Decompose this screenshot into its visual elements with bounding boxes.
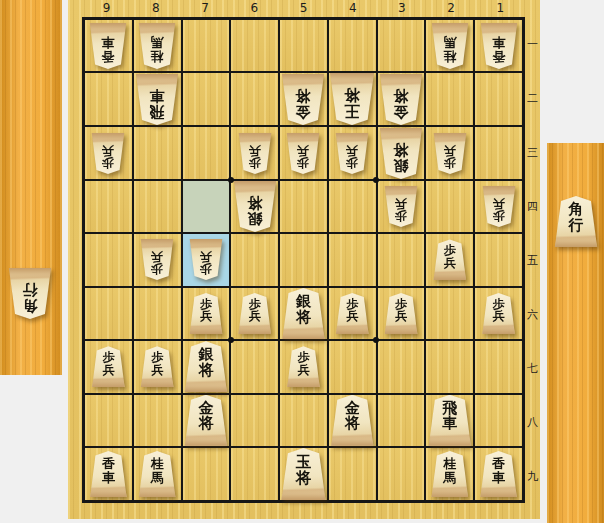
board-square[interactable]	[280, 20, 327, 71]
shogi-piece-歩兵[interactable]: 歩兵	[384, 293, 418, 334]
board-square[interactable]: 歩兵	[134, 341, 181, 392]
board-square[interactable]: 歩兵	[378, 181, 425, 232]
board-square[interactable]	[85, 181, 132, 232]
piece-face: 金将	[281, 74, 325, 125]
shogi-piece-銀将[interactable]: 銀将	[379, 128, 423, 179]
file-label: 3	[377, 1, 426, 16]
rank-labels: 一二三四五六七八九	[525, 17, 540, 503]
rank-label: 二	[525, 71, 540, 125]
shogi-piece-金将[interactable]: 金将	[184, 395, 228, 446]
file-label: 4	[328, 1, 377, 16]
rank-label: 七	[525, 341, 540, 395]
board-square[interactable]	[378, 234, 425, 285]
shogi-piece-飛車[interactable]: 飛車	[428, 395, 472, 446]
board-square[interactable]	[329, 448, 376, 500]
piece-face: 銀将	[379, 128, 423, 179]
file-labels: 987654321	[82, 1, 525, 16]
shogi-piece-桂馬[interactable]: 桂馬	[138, 451, 176, 497]
board-square[interactable]: 飛車	[134, 73, 181, 125]
piece-face: 桂馬	[431, 451, 469, 497]
shogi-piece-角行[interactable]: 角行	[554, 196, 598, 247]
board-square[interactable]	[280, 234, 327, 285]
board-square[interactable]: 桂馬	[426, 20, 473, 71]
board-square[interactable]: 飛車	[426, 395, 473, 446]
board-square[interactable]	[329, 341, 376, 392]
piece-face: 歩兵	[335, 133, 369, 174]
piece-face: 銀将	[184, 341, 228, 392]
board-square[interactable]	[426, 181, 473, 232]
piece-face: 角行	[8, 268, 52, 319]
board-square[interactable]	[378, 395, 425, 446]
shogi-piece-歩兵[interactable]: 歩兵	[91, 346, 125, 387]
piece-face: 歩兵	[140, 239, 174, 280]
piece-face: 歩兵	[286, 133, 320, 174]
shogi-piece-歩兵[interactable]: 歩兵	[91, 133, 125, 174]
piece-face: 銀将	[281, 288, 325, 339]
board-square[interactable]: 歩兵	[426, 234, 473, 285]
board-square[interactable]: 歩兵	[183, 288, 230, 339]
piece-face: 金将	[379, 74, 423, 125]
piece-face: 金将	[330, 395, 374, 446]
piece-face: 銀将	[233, 181, 277, 232]
shogi-piece-歩兵[interactable]: 歩兵	[384, 186, 418, 227]
piece-face: 香車	[89, 23, 127, 69]
shogi-piece-香車[interactable]: 香車	[480, 23, 518, 69]
board-square[interactable]	[378, 20, 425, 71]
board-square[interactable]	[183, 20, 230, 71]
hoshi-dot	[228, 337, 234, 343]
board-square[interactable]: 香車	[475, 20, 522, 71]
board-square[interactable]	[183, 448, 230, 500]
shogi-piece-歩兵[interactable]: 歩兵	[335, 133, 369, 174]
board-square[interactable]: 歩兵	[426, 127, 473, 178]
shogi-piece-王将[interactable]: 王将	[329, 73, 375, 125]
board-square[interactable]: 歩兵	[280, 341, 327, 392]
board-square[interactable]: 歩兵	[329, 288, 376, 339]
file-label: 6	[230, 1, 279, 16]
board-square[interactable]	[85, 395, 132, 446]
piece-face: 歩兵	[91, 133, 125, 174]
piece-face: 歩兵	[433, 239, 467, 280]
board-square[interactable]	[426, 288, 473, 339]
board-square[interactable]: 香車	[85, 20, 132, 71]
board-square[interactable]	[134, 288, 181, 339]
piece-face: 香車	[480, 23, 518, 69]
board-square[interactable]: 歩兵	[475, 288, 522, 339]
shogi-piece-飛車[interactable]: 飛車	[135, 74, 179, 125]
rank-label: 四	[525, 179, 540, 233]
board-square[interactable]: 王将	[329, 73, 376, 125]
board-square[interactable]	[231, 448, 278, 500]
shogi-piece-歩兵[interactable]: 歩兵	[433, 239, 467, 280]
shogi-piece-歩兵[interactable]: 歩兵	[433, 133, 467, 174]
board-square[interactable]	[85, 234, 132, 285]
rank-label: 六	[525, 287, 540, 341]
board-square[interactable]: 金将	[280, 73, 327, 125]
rank-label: 八	[525, 395, 540, 449]
rank-label: 三	[525, 125, 540, 179]
piece-face: 飛車	[135, 74, 179, 125]
piece-face: 歩兵	[140, 346, 174, 387]
board-square[interactable]	[183, 127, 230, 178]
piece-face: 歩兵	[433, 133, 467, 174]
board-square[interactable]	[231, 73, 278, 125]
board-square[interactable]: 歩兵	[134, 234, 181, 285]
piece-face: 歩兵	[189, 239, 223, 280]
board-square[interactable]	[231, 234, 278, 285]
board-square[interactable]: 歩兵	[183, 234, 230, 285]
board-square[interactable]: 銀将	[183, 341, 230, 392]
board-square[interactable]	[329, 234, 376, 285]
shogi-piece-金将[interactable]: 金将	[379, 74, 423, 125]
shogi-piece-金将[interactable]: 金将	[330, 395, 374, 446]
board-square[interactable]	[280, 395, 327, 446]
board-square[interactable]: 歩兵	[85, 341, 132, 392]
piece-face: 玉将	[280, 448, 326, 500]
board-square[interactable]	[85, 288, 132, 339]
board-square[interactable]: 歩兵	[231, 127, 278, 178]
board-square[interactable]	[134, 181, 181, 232]
hoshi-dot	[373, 337, 379, 343]
piece-face: 飛車	[428, 395, 472, 446]
board-square[interactable]	[231, 341, 278, 392]
board-square[interactable]: 金将	[329, 395, 376, 446]
piece-face: 歩兵	[482, 186, 516, 227]
rank-label: 九	[525, 449, 540, 503]
board-square[interactable]	[426, 341, 473, 392]
board-square[interactable]	[475, 341, 522, 392]
board-square[interactable]	[231, 395, 278, 446]
board-square[interactable]: 歩兵	[378, 288, 425, 339]
file-label: 9	[82, 1, 131, 16]
board-square[interactable]	[475, 234, 522, 285]
file-label: 2	[427, 1, 476, 16]
shogi-piece-歩兵[interactable]: 歩兵	[140, 239, 174, 280]
sente-komadai: 角行	[547, 143, 604, 523]
shogi-piece-歩兵[interactable]: 歩兵	[335, 293, 369, 334]
shogi-piece-銀将[interactable]: 銀将	[281, 288, 325, 339]
board-square[interactable]	[426, 73, 473, 125]
board-square[interactable]: 香車	[85, 448, 132, 500]
board-square[interactable]	[231, 20, 278, 71]
shogi-piece-香車[interactable]: 香車	[480, 451, 518, 497]
shogi-piece-歩兵[interactable]: 歩兵	[286, 133, 320, 174]
piece-face: 歩兵	[286, 346, 320, 387]
board-square[interactable]: 玉将	[280, 448, 327, 500]
piece-face: 歩兵	[482, 293, 516, 334]
shogi-piece-歩兵[interactable]: 歩兵	[189, 293, 223, 334]
shogi-piece-銀将[interactable]: 銀将	[233, 181, 277, 232]
shogi-piece-歩兵[interactable]: 歩兵	[482, 293, 516, 334]
board-square[interactable]: 歩兵	[280, 127, 327, 178]
gote-komadai: 角行	[0, 0, 62, 375]
shogi-piece-歩兵[interactable]: 歩兵	[286, 346, 320, 387]
board-square[interactable]: 香車	[475, 448, 522, 500]
piece-face: 歩兵	[335, 293, 369, 334]
piece-face: 歩兵	[91, 346, 125, 387]
piece-face: 桂馬	[138, 451, 176, 497]
file-label: 7	[180, 1, 229, 16]
board-square[interactable]: 歩兵	[329, 127, 376, 178]
board-square[interactable]: 歩兵	[85, 127, 132, 178]
shogi-board: 987654321 一二三四五六七八九 香車桂馬桂馬香車飛車金将王将金将歩兵歩兵…	[68, 0, 540, 519]
shogi-piece-歩兵[interactable]: 歩兵	[482, 186, 516, 227]
board-square[interactable]	[280, 181, 327, 232]
board-square[interactable]: 歩兵	[231, 288, 278, 339]
rank-label: 一	[525, 17, 540, 71]
shogi-piece-角行[interactable]: 角行	[8, 268, 52, 319]
board-square[interactable]: 金将	[378, 73, 425, 125]
board-square[interactable]	[85, 73, 132, 125]
rank-label: 五	[525, 233, 540, 287]
board-square[interactable]: 銀将	[231, 181, 278, 232]
shogi-piece-香車[interactable]: 香車	[89, 23, 127, 69]
file-label: 1	[476, 1, 525, 16]
piece-face: 桂馬	[138, 23, 176, 69]
piece-face: 香車	[89, 451, 127, 497]
shogi-piece-歩兵[interactable]: 歩兵	[189, 239, 223, 280]
piece-face: 角行	[554, 196, 598, 247]
shogi-piece-歩兵[interactable]: 歩兵	[238, 133, 272, 174]
board-square[interactable]: 桂馬	[426, 448, 473, 500]
file-label: 8	[131, 1, 180, 16]
board-square[interactable]	[475, 73, 522, 125]
board-square[interactable]	[329, 181, 376, 232]
shogi-piece-金将[interactable]: 金将	[281, 74, 325, 125]
board-square[interactable]	[134, 127, 181, 178]
piece-face: 金将	[184, 395, 228, 446]
shogi-app: 角行 角行 987654321 一二三四五六七八九 香車桂馬桂馬香車飛車金将王将…	[0, 0, 604, 523]
board-square[interactable]	[378, 341, 425, 392]
board-square[interactable]	[475, 395, 522, 446]
board-square[interactable]	[183, 73, 230, 125]
board-square[interactable]	[183, 181, 230, 232]
board-square[interactable]	[378, 448, 425, 500]
piece-face: 香車	[480, 451, 518, 497]
shogi-piece-桂馬[interactable]: 桂馬	[431, 23, 469, 69]
piece-face: 歩兵	[238, 293, 272, 334]
piece-face: 歩兵	[189, 293, 223, 334]
shogi-piece-歩兵[interactable]: 歩兵	[140, 346, 174, 387]
shogi-piece-香車[interactable]: 香車	[89, 451, 127, 497]
board-grid: 香車桂馬桂馬香車飛車金将王将金将歩兵歩兵歩兵歩兵銀将歩兵銀将歩兵歩兵歩兵歩兵歩兵…	[82, 17, 525, 503]
shogi-piece-歩兵[interactable]: 歩兵	[238, 293, 272, 334]
board-square[interactable]: 銀将	[378, 127, 425, 178]
board-square[interactable]: 金将	[183, 395, 230, 446]
piece-face: 桂馬	[431, 23, 469, 69]
piece-face: 歩兵	[384, 186, 418, 227]
piece-face: 歩兵	[238, 133, 272, 174]
file-label: 5	[279, 1, 328, 16]
board-square[interactable]	[475, 127, 522, 178]
shogi-piece-桂馬[interactable]: 桂馬	[138, 23, 176, 69]
piece-face: 王将	[329, 73, 375, 125]
board-square[interactable]: 桂馬	[134, 448, 181, 500]
piece-face: 歩兵	[384, 293, 418, 334]
board-square[interactable]: 桂馬	[134, 20, 181, 71]
shogi-piece-銀将[interactable]: 銀将	[184, 341, 228, 392]
board-square[interactable]	[134, 395, 181, 446]
board-square[interactable]: 銀将	[280, 288, 327, 339]
shogi-piece-桂馬[interactable]: 桂馬	[431, 451, 469, 497]
board-square[interactable]: 歩兵	[475, 181, 522, 232]
board-square[interactable]	[329, 20, 376, 71]
shogi-piece-玉将[interactable]: 玉将	[280, 448, 326, 500]
